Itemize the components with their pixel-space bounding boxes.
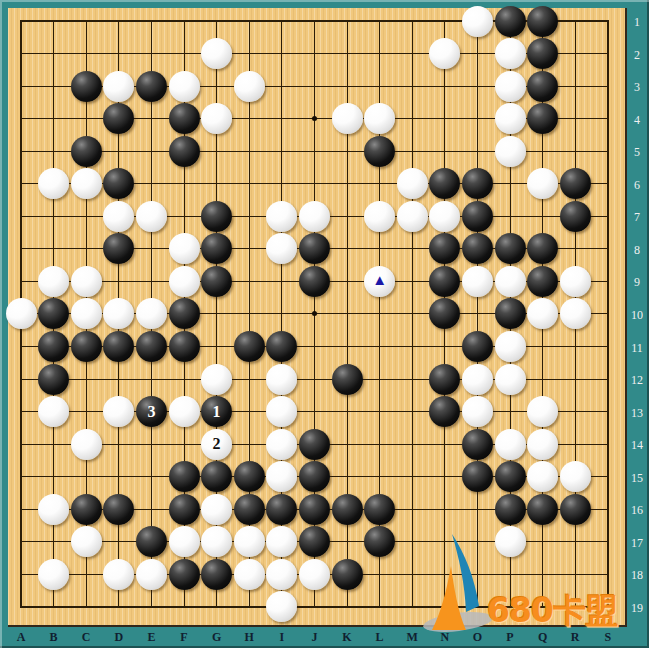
- column-label-R: R: [565, 630, 585, 645]
- row-label-4: 4: [626, 113, 648, 128]
- stone-black-L5[interactable]: [364, 136, 395, 167]
- stone-black-F10[interactable]: [169, 298, 200, 329]
- stone-black-O6[interactable]: [462, 168, 493, 199]
- stone-black-C3[interactable]: [71, 71, 102, 102]
- row-label-1: 1: [626, 15, 648, 30]
- stone-black-N12[interactable]: [429, 364, 460, 395]
- stone-black-F16[interactable]: [169, 494, 200, 525]
- stone-black-E3[interactable]: [136, 71, 167, 102]
- stone-white-P9[interactable]: [495, 266, 526, 297]
- stone-black-R16[interactable]: [560, 494, 591, 525]
- stone-black-J9[interactable]: [299, 266, 330, 297]
- row-label-17: 17: [626, 536, 648, 551]
- stone-white-I8[interactable]: [266, 233, 297, 264]
- grid-line-horizontal: [20, 606, 609, 608]
- column-label-D: D: [109, 630, 129, 645]
- column-label-M: M: [402, 630, 422, 645]
- stone-black-C16[interactable]: [71, 494, 102, 525]
- stone-white-N7[interactable]: [429, 201, 460, 232]
- row-label-18: 18: [626, 568, 648, 583]
- stone-white-Q14[interactable]: [527, 429, 558, 460]
- stone-white-J7[interactable]: [299, 201, 330, 232]
- stone-white-L7[interactable]: [364, 201, 395, 232]
- stone-white-P4[interactable]: [495, 103, 526, 134]
- stone-black-I16[interactable]: [266, 494, 297, 525]
- stone-black-D8[interactable]: [103, 233, 134, 264]
- stone-black-N8[interactable]: [429, 233, 460, 264]
- stone-white-I12[interactable]: [266, 364, 297, 395]
- stone-black-K12[interactable]: [332, 364, 363, 395]
- stone-black-N6[interactable]: [429, 168, 460, 199]
- stone-white-O13[interactable]: [462, 396, 493, 427]
- stone-black-H16[interactable]: [234, 494, 265, 525]
- stone-white-L9[interactable]: ▲: [364, 266, 395, 297]
- stone-black-F11[interactable]: [169, 331, 200, 362]
- stone-black-N10[interactable]: [429, 298, 460, 329]
- stone-white-B9[interactable]: [38, 266, 69, 297]
- column-label-E: E: [141, 630, 161, 645]
- stone-black-C11[interactable]: [71, 331, 102, 362]
- stone-white-A10[interactable]: [6, 298, 37, 329]
- stone-black-F18[interactable]: [169, 559, 200, 590]
- stone-white-O1[interactable]: [462, 6, 493, 37]
- stone-white-E7[interactable]: [136, 201, 167, 232]
- stone-white-F13[interactable]: [169, 396, 200, 427]
- row-label-2: 2: [626, 48, 648, 63]
- stone-white-R10[interactable]: [560, 298, 591, 329]
- stone-black-P1[interactable]: [495, 6, 526, 37]
- stone-white-I15[interactable]: [266, 461, 297, 492]
- stone-white-P17[interactable]: [495, 526, 526, 557]
- stone-white-D18[interactable]: [103, 559, 134, 590]
- stone-white-M7[interactable]: [397, 201, 428, 232]
- stone-white-C17[interactable]: [71, 526, 102, 557]
- grid-line-vertical: [412, 20, 413, 608]
- stone-white-P5[interactable]: [495, 136, 526, 167]
- stone-white-D13[interactable]: [103, 396, 134, 427]
- stone-black-F15[interactable]: [169, 461, 200, 492]
- stone-white-Q6[interactable]: [527, 168, 558, 199]
- stone-white-B6[interactable]: [38, 168, 69, 199]
- column-label-F: F: [174, 630, 194, 645]
- stone-black-G8[interactable]: [201, 233, 232, 264]
- stone-white-I19[interactable]: [266, 591, 297, 622]
- stone-white-P14[interactable]: [495, 429, 526, 460]
- stone-white-L4[interactable]: [364, 103, 395, 134]
- stone-black-E17[interactable]: [136, 526, 167, 557]
- stone-black-R7[interactable]: [560, 201, 591, 232]
- stone-black-G18[interactable]: [201, 559, 232, 590]
- stone-black-O15[interactable]: [462, 461, 493, 492]
- row-label-7: 7: [626, 210, 648, 225]
- row-label-15: 15: [626, 471, 648, 486]
- stone-white-G12[interactable]: [201, 364, 232, 395]
- stone-white-F9[interactable]: [169, 266, 200, 297]
- column-label-Q: Q: [533, 630, 553, 645]
- stone-black-K18[interactable]: [332, 559, 363, 590]
- column-label-N: N: [435, 630, 455, 645]
- go-board-screenshot: ▲312 12345678910111213141516171819ABCDEF…: [0, 0, 649, 648]
- stone-white-I18[interactable]: [266, 559, 297, 590]
- stone-white-D7[interactable]: [103, 201, 134, 232]
- column-label-P: P: [500, 630, 520, 645]
- stone-black-P8[interactable]: [495, 233, 526, 264]
- stone-white-B13[interactable]: [38, 396, 69, 427]
- stone-black-B10[interactable]: [38, 298, 69, 329]
- stone-white-N2[interactable]: [429, 38, 460, 69]
- stone-white-O9[interactable]: [462, 266, 493, 297]
- stone-white-I14[interactable]: [266, 429, 297, 460]
- column-label-A: A: [11, 630, 31, 645]
- stone-black-O7[interactable]: [462, 201, 493, 232]
- stone-white-I17[interactable]: [266, 526, 297, 557]
- grid-line-vertical: [607, 20, 609, 608]
- stone-white-I7[interactable]: [266, 201, 297, 232]
- column-label-H: H: [239, 630, 259, 645]
- star-point-J10: [312, 311, 317, 316]
- stone-black-Q2[interactable]: [527, 38, 558, 69]
- stone-white-C10[interactable]: [71, 298, 102, 329]
- stone-black-F5[interactable]: [169, 136, 200, 167]
- star-point-J4: [312, 116, 317, 121]
- stone-black-G13[interactable]: 1: [201, 396, 232, 427]
- stone-black-B12[interactable]: [38, 364, 69, 395]
- stone-white-B18[interactable]: [38, 559, 69, 590]
- stone-black-P15[interactable]: [495, 461, 526, 492]
- column-label-O: O: [467, 630, 487, 645]
- stone-white-I13[interactable]: [266, 396, 297, 427]
- row-label-19: 19: [626, 601, 648, 616]
- stone-black-G15[interactable]: [201, 461, 232, 492]
- column-label-B: B: [44, 630, 64, 645]
- stone-white-B16[interactable]: [38, 494, 69, 525]
- stone-white-Q15[interactable]: [527, 461, 558, 492]
- stone-white-G4[interactable]: [201, 103, 232, 134]
- stone-black-K16[interactable]: [332, 494, 363, 525]
- stone-white-H18[interactable]: [234, 559, 265, 590]
- row-label-6: 6: [626, 178, 648, 193]
- stone-white-E10[interactable]: [136, 298, 167, 329]
- stone-black-O8[interactable]: [462, 233, 493, 264]
- stone-white-P12[interactable]: [495, 364, 526, 395]
- stone-white-C6[interactable]: [71, 168, 102, 199]
- row-label-16: 16: [626, 503, 648, 518]
- column-label-K: K: [337, 630, 357, 645]
- stone-white-G14[interactable]: 2: [201, 429, 232, 460]
- stone-white-Q13[interactable]: [527, 396, 558, 427]
- stone-white-O12[interactable]: [462, 364, 493, 395]
- row-label-12: 12: [626, 373, 648, 388]
- stone-black-B11[interactable]: [38, 331, 69, 362]
- row-label-5: 5: [626, 145, 648, 160]
- column-label-G: G: [207, 630, 227, 645]
- stone-black-D16[interactable]: [103, 494, 134, 525]
- stone-black-P10[interactable]: [495, 298, 526, 329]
- stone-black-L17[interactable]: [364, 526, 395, 557]
- stone-white-P11[interactable]: [495, 331, 526, 362]
- stone-white-G16[interactable]: [201, 494, 232, 525]
- stone-black-F4[interactable]: [169, 103, 200, 134]
- stone-black-J16[interactable]: [299, 494, 330, 525]
- stone-black-Q1[interactable]: [527, 6, 558, 37]
- stone-white-D10[interactable]: [103, 298, 134, 329]
- stone-black-O14[interactable]: [462, 429, 493, 460]
- row-label-13: 13: [626, 406, 648, 421]
- stone-black-H15[interactable]: [234, 461, 265, 492]
- stone-black-G7[interactable]: [201, 201, 232, 232]
- stone-white-J18[interactable]: [299, 559, 330, 590]
- stone-black-H11[interactable]: [234, 331, 265, 362]
- column-label-J: J: [304, 630, 324, 645]
- row-label-9: 9: [626, 275, 648, 290]
- stone-black-L16[interactable]: [364, 494, 395, 525]
- stone-black-P16[interactable]: [495, 494, 526, 525]
- stone-black-N9[interactable]: [429, 266, 460, 297]
- row-label-10: 10: [626, 308, 648, 323]
- column-label-S: S: [598, 630, 618, 645]
- stone-white-G2[interactable]: [201, 38, 232, 69]
- column-label-L: L: [370, 630, 390, 645]
- row-label-14: 14: [626, 438, 648, 453]
- row-label-8: 8: [626, 243, 648, 258]
- stone-white-H3[interactable]: [234, 71, 265, 102]
- stone-black-J15[interactable]: [299, 461, 330, 492]
- stone-white-C14[interactable]: [71, 429, 102, 460]
- stone-white-G17[interactable]: [201, 526, 232, 557]
- stone-white-Q10[interactable]: [527, 298, 558, 329]
- stone-white-E18[interactable]: [136, 559, 167, 590]
- move-number-1: 1: [213, 404, 221, 420]
- move-number-2: 2: [213, 436, 221, 452]
- row-label-11: 11: [626, 341, 648, 356]
- stone-white-F17[interactable]: [169, 526, 200, 557]
- stone-black-D4[interactable]: [103, 103, 134, 134]
- stone-black-G9[interactable]: [201, 266, 232, 297]
- stone-black-J14[interactable]: [299, 429, 330, 460]
- move-number-3: 3: [147, 404, 155, 420]
- stone-black-N13[interactable]: [429, 396, 460, 427]
- stone-white-D3[interactable]: [103, 71, 134, 102]
- stone-white-P3[interactable]: [495, 71, 526, 102]
- stone-black-C5[interactable]: [71, 136, 102, 167]
- column-label-C: C: [76, 630, 96, 645]
- stone-black-Q16[interactable]: [527, 494, 558, 525]
- stone-white-P2[interactable]: [495, 38, 526, 69]
- stone-black-J8[interactable]: [299, 233, 330, 264]
- row-label-3: 3: [626, 80, 648, 95]
- stone-black-D6[interactable]: [103, 168, 134, 199]
- stone-black-I11[interactable]: [266, 331, 297, 362]
- triangle-marker: ▲: [372, 273, 387, 288]
- stone-black-R6[interactable]: [560, 168, 591, 199]
- stone-black-J17[interactable]: [299, 526, 330, 557]
- stone-black-Q9[interactable]: [527, 266, 558, 297]
- stone-white-M6[interactable]: [397, 168, 428, 199]
- stone-white-K4[interactable]: [332, 103, 363, 134]
- stone-white-R15[interactable]: [560, 461, 591, 492]
- stone-white-R9[interactable]: [560, 266, 591, 297]
- stone-black-E11[interactable]: [136, 331, 167, 362]
- stone-black-Q4[interactable]: [527, 103, 558, 134]
- stone-black-Q8[interactable]: [527, 233, 558, 264]
- grid-line-vertical: [477, 20, 478, 608]
- stone-white-H17[interactable]: [234, 526, 265, 557]
- column-label-I: I: [272, 630, 292, 645]
- stone-black-D11[interactable]: [103, 331, 134, 362]
- stone-black-E13[interactable]: 3: [136, 396, 167, 427]
- stone-black-O11[interactable]: [462, 331, 493, 362]
- stone-white-F3[interactable]: [169, 71, 200, 102]
- stone-white-C9[interactable]: [71, 266, 102, 297]
- stone-black-Q3[interactable]: [527, 71, 558, 102]
- stone-white-F8[interactable]: [169, 233, 200, 264]
- go-board[interactable]: ▲312: [8, 8, 627, 627]
